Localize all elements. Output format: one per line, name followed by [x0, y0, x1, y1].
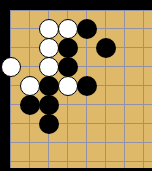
intersection[interactable] [96, 57, 115, 76]
intersection[interactable] [1, 114, 20, 133]
black-stone [77, 19, 97, 39]
intersection[interactable] [1, 133, 20, 152]
intersection[interactable] [1, 38, 20, 57]
intersection[interactable] [134, 133, 152, 152]
white-stone [1, 57, 21, 77]
black-stone [58, 57, 78, 77]
intersection[interactable] [115, 133, 134, 152]
intersection[interactable] [20, 95, 39, 114]
intersection[interactable] [77, 133, 96, 152]
intersection[interactable] [77, 57, 96, 76]
intersection[interactable] [115, 76, 134, 95]
intersection[interactable] [58, 19, 77, 38]
board-grid [1, 0, 152, 171]
intersection[interactable] [39, 38, 58, 57]
black-stone [20, 95, 40, 115]
intersection[interactable] [115, 0, 134, 19]
white-stone [58, 19, 78, 39]
black-stone [39, 76, 59, 96]
intersection[interactable] [58, 152, 77, 171]
intersection[interactable] [115, 19, 134, 38]
intersection[interactable] [39, 0, 58, 19]
intersection[interactable] [39, 114, 58, 133]
intersection[interactable] [96, 152, 115, 171]
intersection[interactable] [77, 19, 96, 38]
intersection[interactable] [134, 0, 152, 19]
black-stone [96, 38, 116, 58]
intersection[interactable] [77, 114, 96, 133]
intersection[interactable] [1, 57, 20, 76]
intersection[interactable] [115, 114, 134, 133]
intersection[interactable] [96, 76, 115, 95]
intersection[interactable] [96, 95, 115, 114]
white-stone [20, 76, 40, 96]
intersection[interactable] [20, 38, 39, 57]
intersection[interactable] [96, 133, 115, 152]
white-stone [39, 57, 59, 77]
intersection[interactable] [1, 76, 20, 95]
intersection[interactable] [134, 114, 152, 133]
intersection[interactable] [58, 57, 77, 76]
intersection[interactable] [58, 76, 77, 95]
intersection[interactable] [20, 19, 39, 38]
intersection[interactable] [77, 152, 96, 171]
intersection[interactable] [115, 152, 134, 171]
intersection[interactable] [58, 38, 77, 57]
intersection[interactable] [1, 95, 20, 114]
intersection[interactable] [39, 152, 58, 171]
intersection[interactable] [77, 76, 96, 95]
intersection[interactable] [134, 57, 152, 76]
black-stone [39, 114, 59, 134]
black-stone [77, 76, 97, 96]
intersection[interactable] [39, 95, 58, 114]
intersection[interactable] [20, 114, 39, 133]
intersection[interactable] [96, 114, 115, 133]
intersection[interactable] [39, 19, 58, 38]
go-app-screen [0, 0, 152, 171]
black-stone [39, 95, 59, 115]
intersection[interactable] [20, 133, 39, 152]
white-stone [39, 38, 59, 58]
intersection[interactable] [115, 57, 134, 76]
intersection[interactable] [115, 95, 134, 114]
intersection[interactable] [58, 0, 77, 19]
intersection[interactable] [58, 133, 77, 152]
white-stone [39, 19, 59, 39]
intersection[interactable] [1, 0, 20, 19]
intersection[interactable] [58, 114, 77, 133]
intersection[interactable] [77, 0, 96, 19]
intersection[interactable] [20, 0, 39, 19]
intersection[interactable] [58, 95, 77, 114]
intersection[interactable] [20, 76, 39, 95]
intersection[interactable] [39, 133, 58, 152]
intersection[interactable] [20, 57, 39, 76]
black-stone [58, 38, 78, 58]
intersection[interactable] [134, 76, 152, 95]
white-stone [58, 76, 78, 96]
intersection[interactable] [134, 38, 152, 57]
intersection[interactable] [96, 38, 115, 57]
intersection[interactable] [115, 38, 134, 57]
intersection[interactable] [134, 152, 152, 171]
intersection[interactable] [77, 95, 96, 114]
intersection[interactable] [134, 95, 152, 114]
intersection[interactable] [39, 76, 58, 95]
go-board [10, 10, 152, 168]
intersection[interactable] [134, 19, 152, 38]
intersection[interactable] [1, 19, 20, 38]
intersection[interactable] [39, 57, 58, 76]
intersection[interactable] [96, 19, 115, 38]
intersection[interactable] [1, 152, 20, 171]
intersection[interactable] [20, 152, 39, 171]
intersection[interactable] [96, 0, 115, 19]
intersection[interactable] [77, 38, 96, 57]
